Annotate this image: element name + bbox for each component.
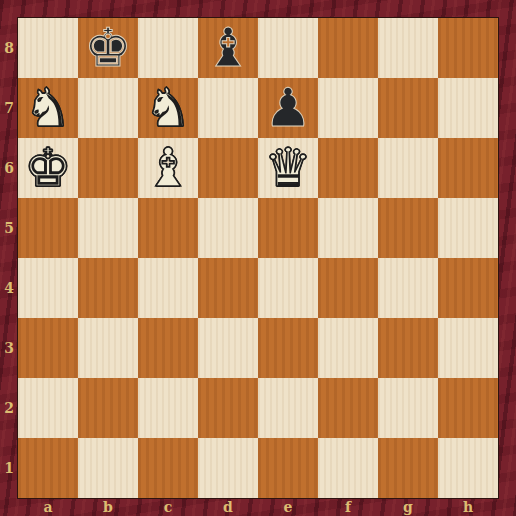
chessboard[interactable]: ♚♝♞♞♟♚♝♛: [18, 18, 498, 498]
square-f2[interactable]: [318, 378, 378, 438]
piece-white-king-a6[interactable]: ♚: [24, 138, 72, 198]
square-c5[interactable]: [138, 198, 198, 258]
square-a1[interactable]: [18, 438, 78, 498]
square-e6[interactable]: ♛: [258, 138, 318, 198]
square-d3[interactable]: [198, 318, 258, 378]
square-a2[interactable]: [18, 378, 78, 438]
square-c8[interactable]: [138, 18, 198, 78]
square-g1[interactable]: [378, 438, 438, 498]
square-d1[interactable]: [198, 438, 258, 498]
file-label-g: g: [378, 498, 438, 516]
rank-label-3: 3: [0, 318, 18, 378]
square-d2[interactable]: [198, 378, 258, 438]
square-g2[interactable]: [378, 378, 438, 438]
rank-label-2: 2: [0, 378, 18, 438]
square-a5[interactable]: [18, 198, 78, 258]
square-d4[interactable]: [198, 258, 258, 318]
rank-label-6: 6: [0, 138, 18, 198]
square-b4[interactable]: [78, 258, 138, 318]
file-label-f: f: [318, 498, 378, 516]
square-f7[interactable]: [318, 78, 378, 138]
file-labels: abcdefgh: [18, 498, 498, 516]
square-g8[interactable]: [378, 18, 438, 78]
square-e4[interactable]: [258, 258, 318, 318]
rank-label-4: 4: [0, 258, 18, 318]
piece-white-queen-e6[interactable]: ♛: [264, 138, 312, 198]
square-h7[interactable]: [438, 78, 498, 138]
file-label-h: h: [438, 498, 498, 516]
piece-black-pawn-e7[interactable]: ♟: [264, 78, 312, 138]
rank-labels: 87654321: [0, 18, 18, 498]
square-h8[interactable]: [438, 18, 498, 78]
square-b1[interactable]: [78, 438, 138, 498]
file-label-a: a: [18, 498, 78, 516]
square-b5[interactable]: [78, 198, 138, 258]
file-label-d: d: [198, 498, 258, 516]
square-d6[interactable]: [198, 138, 258, 198]
square-b7[interactable]: [78, 78, 138, 138]
rank-label-5: 5: [0, 198, 18, 258]
square-h1[interactable]: [438, 438, 498, 498]
square-e7[interactable]: ♟: [258, 78, 318, 138]
square-b2[interactable]: [78, 378, 138, 438]
square-e3[interactable]: [258, 318, 318, 378]
square-f5[interactable]: [318, 198, 378, 258]
square-f3[interactable]: [318, 318, 378, 378]
square-a8[interactable]: [18, 18, 78, 78]
piece-white-knight-c7[interactable]: ♞: [144, 78, 192, 138]
rank-label-7: 7: [0, 78, 18, 138]
square-e2[interactable]: [258, 378, 318, 438]
square-e5[interactable]: [258, 198, 318, 258]
square-c6[interactable]: ♝: [138, 138, 198, 198]
piece-black-king-b8[interactable]: ♚: [84, 18, 132, 78]
file-label-c: c: [138, 498, 198, 516]
square-b8[interactable]: ♚: [78, 18, 138, 78]
square-g4[interactable]: [378, 258, 438, 318]
square-c2[interactable]: [138, 378, 198, 438]
square-h3[interactable]: [438, 318, 498, 378]
square-c3[interactable]: [138, 318, 198, 378]
piece-white-knight-a7[interactable]: ♞: [24, 78, 72, 138]
square-g3[interactable]: [378, 318, 438, 378]
square-h4[interactable]: [438, 258, 498, 318]
square-b3[interactable]: [78, 318, 138, 378]
square-h2[interactable]: [438, 378, 498, 438]
square-h6[interactable]: [438, 138, 498, 198]
square-f4[interactable]: [318, 258, 378, 318]
square-b6[interactable]: [78, 138, 138, 198]
square-c4[interactable]: [138, 258, 198, 318]
square-a7[interactable]: ♞: [18, 78, 78, 138]
rank-label-8: 8: [0, 18, 18, 78]
square-d7[interactable]: [198, 78, 258, 138]
square-d5[interactable]: [198, 198, 258, 258]
square-g6[interactable]: [378, 138, 438, 198]
square-e1[interactable]: [258, 438, 318, 498]
piece-white-bishop-c6[interactable]: ♝: [144, 138, 192, 198]
rank-label-1: 1: [0, 438, 18, 498]
square-c7[interactable]: ♞: [138, 78, 198, 138]
square-f8[interactable]: [318, 18, 378, 78]
square-g5[interactable]: [378, 198, 438, 258]
square-a6[interactable]: ♚: [18, 138, 78, 198]
file-label-e: e: [258, 498, 318, 516]
square-a3[interactable]: [18, 318, 78, 378]
file-label-b: b: [78, 498, 138, 516]
square-c1[interactable]: [138, 438, 198, 498]
square-f6[interactable]: [318, 138, 378, 198]
square-g7[interactable]: [378, 78, 438, 138]
square-a4[interactable]: [18, 258, 78, 318]
square-e8[interactable]: [258, 18, 318, 78]
chessboard-frame: 87654321 ♚♝♞♞♟♚♝♛ abcdefgh: [0, 0, 516, 516]
piece-black-bishop-d8[interactable]: ♝: [204, 18, 252, 78]
square-f1[interactable]: [318, 438, 378, 498]
square-d8[interactable]: ♝: [198, 18, 258, 78]
square-h5[interactable]: [438, 198, 498, 258]
